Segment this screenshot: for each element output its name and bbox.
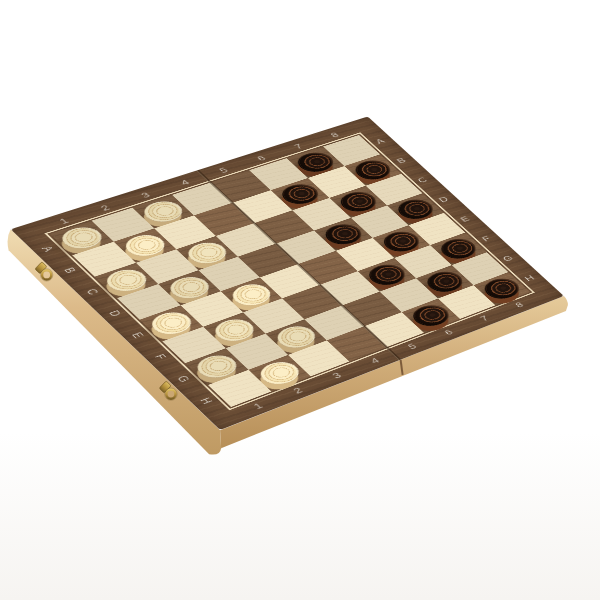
product-photo-stage: AABBCCDDEEFFGGHH1122334455667788 xyxy=(0,0,600,600)
